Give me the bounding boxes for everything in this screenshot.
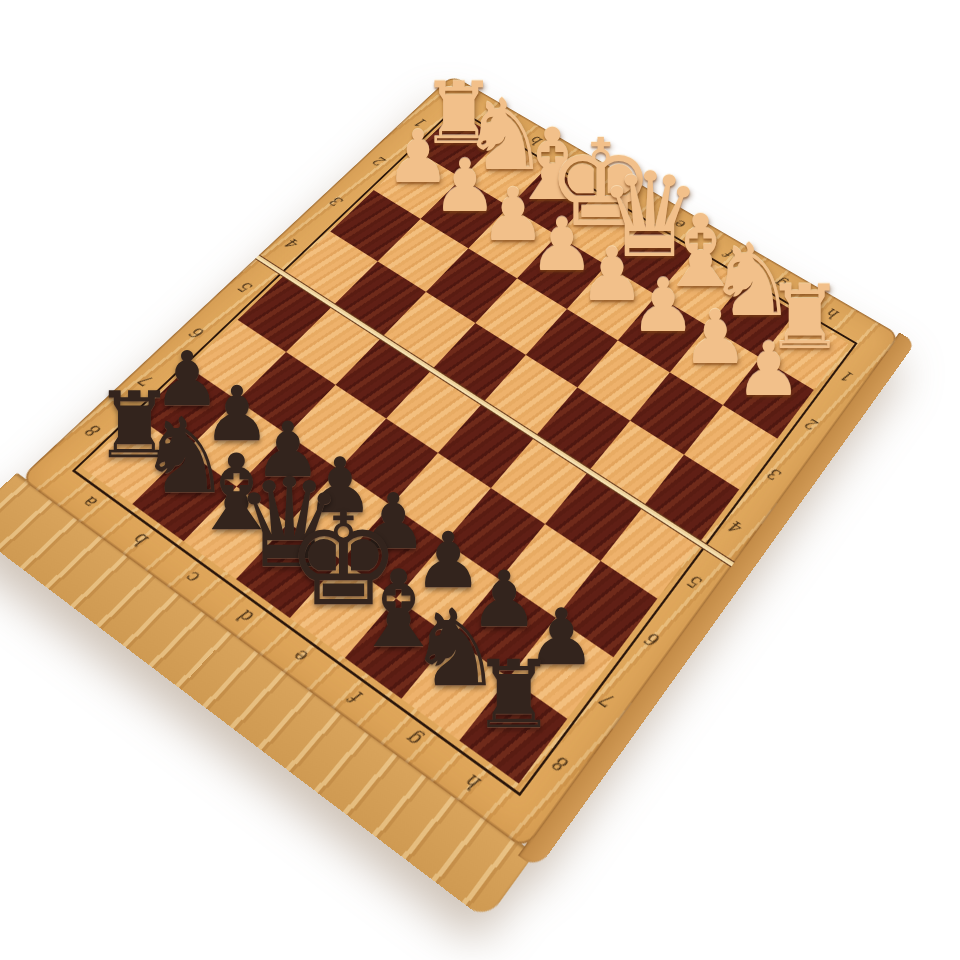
black-rook-h8[interactable]: ♜ (472, 648, 556, 742)
pieces-layer: ♜♞♝♛♚♝♞♜♟♟♟♟♟♟♟♟♟♟♟♟♟♟♟♟♜♞♝♚♛♝♞♜ (0, 0, 960, 960)
product-photo-stage: aa11bb22cc33dd44ee55ff66gg77hh88 ♜♞♝♛♚♝♞… (0, 0, 960, 960)
white-pawn-h2[interactable]: ♟ (735, 333, 802, 408)
